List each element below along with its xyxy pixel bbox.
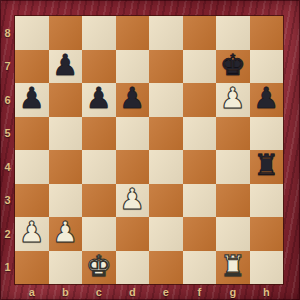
black-pawn[interactable]: ♟	[86, 84, 112, 113]
square-a7[interactable]	[15, 50, 49, 84]
file-label-e: e	[149, 284, 183, 300]
square-e3[interactable]	[149, 184, 183, 218]
file-label-d: d	[116, 284, 150, 300]
square-g6[interactable]: ♟	[216, 83, 250, 117]
file-label-a: a	[15, 284, 49, 300]
square-a1[interactable]	[15, 251, 49, 285]
square-g1[interactable]: ♜	[216, 251, 250, 285]
chess-board: ♟♚♟♟♟♟♟♜♟♟♟♚♜	[15, 16, 283, 284]
file-label-h: h	[250, 284, 284, 300]
square-g2[interactable]	[216, 217, 250, 251]
square-e1[interactable]	[149, 251, 183, 285]
square-b4[interactable]	[49, 150, 83, 184]
file-labels: abcdefgh	[15, 284, 283, 300]
file-label-c: c	[82, 284, 116, 300]
rank-label-4: 4	[0, 150, 15, 184]
rank-labels: 87654321	[0, 16, 15, 284]
square-a3[interactable]	[15, 184, 49, 218]
white-pawn[interactable]: ♟	[119, 185, 145, 214]
square-h2[interactable]	[250, 217, 284, 251]
square-c2[interactable]	[82, 217, 116, 251]
square-a4[interactable]	[15, 150, 49, 184]
square-d5[interactable]	[116, 117, 150, 151]
file-label-f: f	[183, 284, 217, 300]
white-pawn[interactable]: ♟	[52, 218, 78, 247]
white-pawn[interactable]: ♟	[220, 84, 246, 113]
white-king[interactable]: ♚	[86, 252, 112, 281]
white-rook[interactable]: ♜	[220, 252, 246, 281]
square-e4[interactable]	[149, 150, 183, 184]
black-pawn[interactable]: ♟	[52, 51, 78, 80]
square-c5[interactable]	[82, 117, 116, 151]
square-h8[interactable]	[250, 16, 284, 50]
rank-label-6: 6	[0, 83, 15, 117]
square-e6[interactable]	[149, 83, 183, 117]
rank-label-3: 3	[0, 184, 15, 218]
black-pawn[interactable]: ♟	[253, 84, 279, 113]
square-b1[interactable]	[49, 251, 83, 285]
square-d3[interactable]: ♟	[116, 184, 150, 218]
square-f8[interactable]	[183, 16, 217, 50]
square-d6[interactable]: ♟	[116, 83, 150, 117]
square-f1[interactable]	[183, 251, 217, 285]
square-h4[interactable]: ♜	[250, 150, 284, 184]
square-c6[interactable]: ♟	[82, 83, 116, 117]
rank-label-1: 1	[0, 251, 15, 285]
square-g3[interactable]	[216, 184, 250, 218]
square-a8[interactable]	[15, 16, 49, 50]
rank-label-7: 7	[0, 50, 15, 84]
white-pawn[interactable]: ♟	[19, 218, 45, 247]
rank-label-5: 5	[0, 117, 15, 151]
square-h6[interactable]: ♟	[250, 83, 284, 117]
square-b2[interactable]: ♟	[49, 217, 83, 251]
square-e2[interactable]	[149, 217, 183, 251]
square-d4[interactable]	[116, 150, 150, 184]
square-f3[interactable]	[183, 184, 217, 218]
square-f7[interactable]	[183, 50, 217, 84]
black-king[interactable]: ♚	[220, 51, 246, 80]
square-d8[interactable]	[116, 16, 150, 50]
square-f4[interactable]	[183, 150, 217, 184]
square-a6[interactable]: ♟	[15, 83, 49, 117]
square-g4[interactable]	[216, 150, 250, 184]
square-e7[interactable]	[149, 50, 183, 84]
square-h3[interactable]	[250, 184, 284, 218]
black-pawn[interactable]: ♟	[119, 84, 145, 113]
square-c1[interactable]: ♚	[82, 251, 116, 285]
black-pawn[interactable]: ♟	[19, 84, 45, 113]
black-rook[interactable]: ♜	[253, 151, 279, 180]
square-e8[interactable]	[149, 16, 183, 50]
square-d1[interactable]	[116, 251, 150, 285]
file-label-g: g	[216, 284, 250, 300]
rank-label-2: 2	[0, 217, 15, 251]
square-f6[interactable]	[183, 83, 217, 117]
square-h5[interactable]	[250, 117, 284, 151]
square-a5[interactable]	[15, 117, 49, 151]
square-e5[interactable]	[149, 117, 183, 151]
square-c3[interactable]	[82, 184, 116, 218]
square-d2[interactable]	[116, 217, 150, 251]
square-d7[interactable]	[116, 50, 150, 84]
square-g5[interactable]	[216, 117, 250, 151]
square-c8[interactable]	[82, 16, 116, 50]
square-c7[interactable]	[82, 50, 116, 84]
file-label-b: b	[49, 284, 83, 300]
square-c4[interactable]	[82, 150, 116, 184]
square-a2[interactable]: ♟	[15, 217, 49, 251]
square-b7[interactable]: ♟	[49, 50, 83, 84]
square-b3[interactable]	[49, 184, 83, 218]
chessboard-frame: ♟♚♟♟♟♟♟♜♟♟♟♚♜ 87654321 abcdefgh	[0, 0, 300, 300]
square-g8[interactable]	[216, 16, 250, 50]
square-b5[interactable]	[49, 117, 83, 151]
square-b8[interactable]	[49, 16, 83, 50]
square-b6[interactable]	[49, 83, 83, 117]
rank-label-8: 8	[0, 16, 15, 50]
square-h1[interactable]	[250, 251, 284, 285]
square-g7[interactable]: ♚	[216, 50, 250, 84]
square-f5[interactable]	[183, 117, 217, 151]
square-h7[interactable]	[250, 50, 284, 84]
square-f2[interactable]	[183, 217, 217, 251]
